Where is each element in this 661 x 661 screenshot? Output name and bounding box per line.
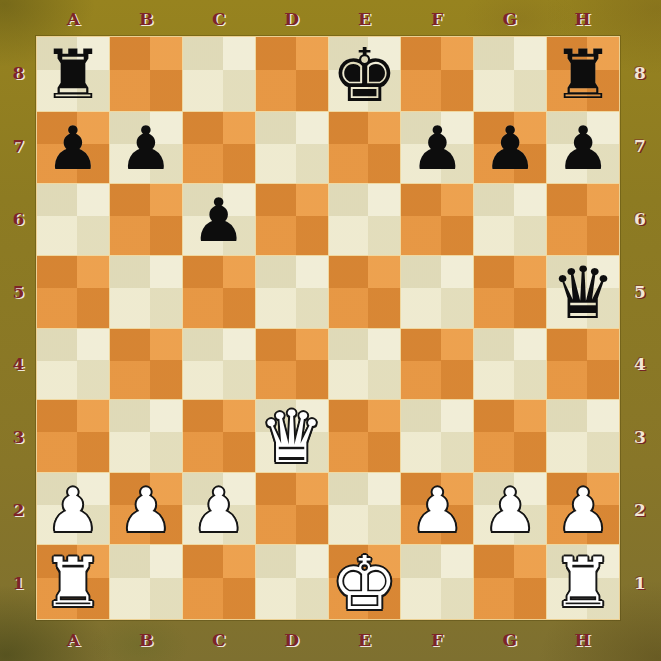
- piece-black-king-e8[interactable]: ♚: [331, 38, 397, 112]
- piece-black-pawn-h7[interactable]: ♟: [556, 118, 610, 178]
- square-e1[interactable]: ♚: [329, 545, 401, 619]
- square-g3[interactable]: [474, 400, 546, 472]
- square-d2[interactable]: [256, 473, 328, 544]
- square-a6[interactable]: [37, 184, 109, 255]
- square-b5[interactable]: [110, 256, 182, 328]
- square-c1[interactable]: [183, 545, 255, 619]
- square-d1[interactable]: [256, 545, 328, 619]
- rank-label-6-left: 6: [0, 183, 37, 256]
- square-b8[interactable]: [110, 37, 182, 111]
- rank-label-5-right: 5: [619, 255, 661, 328]
- file-label-d-top: D: [255, 0, 328, 37]
- piece-white-pawn-a2[interactable]: ♟: [46, 480, 100, 540]
- piece-black-pawn-g7[interactable]: ♟: [483, 118, 537, 178]
- square-c5[interactable]: [183, 256, 255, 328]
- square-b1[interactable]: [110, 545, 182, 619]
- square-e7[interactable]: [329, 112, 401, 183]
- square-g8[interactable]: [474, 37, 546, 111]
- file-label-b-bottom: B: [110, 619, 183, 661]
- file-label-h-bottom: H: [546, 619, 619, 661]
- square-g1[interactable]: [474, 545, 546, 619]
- square-h5[interactable]: ♛: [547, 256, 619, 328]
- piece-white-pawn-h2[interactable]: ♟: [556, 480, 610, 540]
- rank-label-5-left: 5: [0, 255, 37, 328]
- rank-label-7-left: 7: [0, 110, 37, 183]
- square-a1[interactable]: ♜: [37, 545, 109, 619]
- file-label-h-top: H: [546, 0, 619, 37]
- square-h1[interactable]: ♜: [547, 545, 619, 619]
- rank-label-8-right: 8: [619, 37, 661, 110]
- square-e4[interactable]: [329, 329, 401, 400]
- rank-label-3-left: 3: [0, 401, 37, 474]
- file-label-c-bottom: C: [183, 619, 256, 661]
- square-d8[interactable]: [256, 37, 328, 111]
- square-b3[interactable]: [110, 400, 182, 472]
- file-label-b-top: B: [110, 0, 183, 37]
- square-e2[interactable]: [329, 473, 401, 544]
- square-c3[interactable]: [183, 400, 255, 472]
- square-g5[interactable]: [474, 256, 546, 328]
- rank-label-7-right: 7: [619, 110, 661, 183]
- square-e3[interactable]: [329, 400, 401, 472]
- square-h8[interactable]: ♜: [547, 37, 619, 111]
- piece-white-pawn-b2[interactable]: ♟: [119, 480, 173, 540]
- file-labels-top: ABCDEFGH: [37, 0, 619, 37]
- piece-black-pawn-b7[interactable]: ♟: [119, 118, 173, 178]
- square-f5[interactable]: [401, 256, 473, 328]
- piece-black-queen-h5[interactable]: ♛: [551, 257, 616, 329]
- piece-white-queen-d3[interactable]: ♛: [259, 401, 324, 473]
- rank-label-2-right: 2: [619, 474, 661, 547]
- square-a4[interactable]: [37, 329, 109, 400]
- piece-black-pawn-c6[interactable]: ♟: [192, 190, 246, 250]
- square-c2[interactable]: ♟: [183, 473, 255, 544]
- piece-white-pawn-g2[interactable]: ♟: [483, 480, 537, 540]
- square-h4[interactable]: [547, 329, 619, 400]
- file-label-a-bottom: A: [37, 619, 110, 661]
- square-c6[interactable]: ♟: [183, 184, 255, 255]
- file-labels-bottom: ABCDEFGH: [37, 619, 619, 661]
- square-f2[interactable]: ♟: [401, 473, 473, 544]
- file-label-c-top: C: [183, 0, 256, 37]
- square-c4[interactable]: [183, 329, 255, 400]
- square-b7[interactable]: ♟: [110, 112, 182, 183]
- square-g2[interactable]: ♟: [474, 473, 546, 544]
- piece-black-pawn-f7[interactable]: ♟: [410, 118, 464, 178]
- square-d7[interactable]: [256, 112, 328, 183]
- square-g6[interactable]: [474, 184, 546, 255]
- file-label-d-bottom: D: [255, 619, 328, 661]
- piece-white-rook-h1[interactable]: ♜: [553, 549, 614, 617]
- file-label-a-top: A: [37, 0, 110, 37]
- square-f4[interactable]: [401, 329, 473, 400]
- square-a2[interactable]: ♟: [37, 473, 109, 544]
- rank-label-8-left: 8: [0, 37, 37, 110]
- chessboard-diagram: ABCDEFGH ABCDEFGH 87654321 87654321 ♜♚♜♟…: [0, 0, 661, 661]
- square-f6[interactable]: [401, 184, 473, 255]
- piece-black-rook-h8[interactable]: ♜: [553, 41, 614, 109]
- square-d5[interactable]: [256, 256, 328, 328]
- square-a7[interactable]: ♟: [37, 112, 109, 183]
- square-g4[interactable]: [474, 329, 546, 400]
- square-f1[interactable]: [401, 545, 473, 619]
- square-b2[interactable]: ♟: [110, 473, 182, 544]
- rank-label-4-right: 4: [619, 328, 661, 401]
- square-f7[interactable]: ♟: [401, 112, 473, 183]
- square-c8[interactable]: [183, 37, 255, 111]
- rank-label-3-right: 3: [619, 401, 661, 474]
- square-a5[interactable]: [37, 256, 109, 328]
- square-e5[interactable]: [329, 256, 401, 328]
- piece-white-pawn-f2[interactable]: ♟: [410, 480, 464, 540]
- square-d6[interactable]: [256, 184, 328, 255]
- chess-board: ♜♚♜♟♟♟♟♟♟♛♛♟♟♟♟♟♟♜♚♜: [37, 37, 619, 619]
- piece-white-king-e1[interactable]: ♚: [331, 546, 397, 620]
- square-h7[interactable]: ♟: [547, 112, 619, 183]
- rank-labels-right: 87654321: [619, 37, 661, 619]
- square-a3[interactable]: [37, 400, 109, 472]
- square-h3[interactable]: [547, 400, 619, 472]
- square-d4[interactable]: [256, 329, 328, 400]
- square-b6[interactable]: [110, 184, 182, 255]
- piece-white-rook-a1[interactable]: ♜: [42, 549, 103, 617]
- square-d3[interactable]: ♛: [256, 400, 328, 472]
- rank-label-1-left: 1: [0, 546, 37, 619]
- piece-black-pawn-a7[interactable]: ♟: [46, 118, 100, 178]
- file-label-g-bottom: G: [474, 619, 547, 661]
- rank-label-1-right: 1: [619, 546, 661, 619]
- square-a8[interactable]: ♜: [37, 37, 109, 111]
- square-g7[interactable]: ♟: [474, 112, 546, 183]
- rank-label-4-left: 4: [0, 328, 37, 401]
- square-h6[interactable]: [547, 184, 619, 255]
- square-e6[interactable]: [329, 184, 401, 255]
- file-label-f-bottom: F: [401, 619, 474, 661]
- file-label-g-top: G: [474, 0, 547, 37]
- square-e8[interactable]: ♚: [329, 37, 401, 111]
- square-h2[interactable]: ♟: [547, 473, 619, 544]
- square-b4[interactable]: [110, 329, 182, 400]
- square-f3[interactable]: [401, 400, 473, 472]
- rank-labels-left: 87654321: [0, 37, 37, 619]
- rank-label-6-right: 6: [619, 183, 661, 256]
- square-f8[interactable]: [401, 37, 473, 111]
- piece-white-pawn-c2[interactable]: ♟: [192, 480, 246, 540]
- square-c7[interactable]: [183, 112, 255, 183]
- rank-label-2-left: 2: [0, 474, 37, 547]
- piece-black-rook-a8[interactable]: ♜: [42, 41, 103, 109]
- file-label-f-top: F: [401, 0, 474, 37]
